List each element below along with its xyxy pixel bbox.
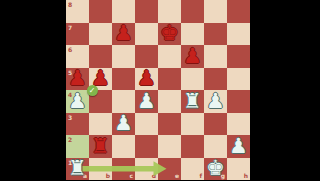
square-d1[interactable]: d [135,158,158,181]
square-g4[interactable]: ♟ [204,90,227,113]
white-pawn-h2[interactable]: ♟ [227,135,250,158]
square-g3[interactable] [204,113,227,136]
square-b2[interactable]: ♜ [89,135,112,158]
square-e7[interactable]: ♚ [158,23,181,46]
square-h1[interactable]: h [227,158,250,181]
square-d6[interactable] [135,45,158,68]
square-e4[interactable] [158,90,181,113]
square-a6[interactable]: 6 [66,45,89,68]
square-c2[interactable] [112,135,135,158]
square-d2[interactable] [135,135,158,158]
square-f5[interactable] [181,68,204,91]
rank-label-2: 2 [68,136,72,143]
app-background: 87♟♚6♟5♟♟♟4♟♟♜♟3♟2♜♟1a♜bcdefg♚h✓ [0,0,320,180]
black-pawn-f6[interactable]: ♟ [181,45,204,68]
square-d7[interactable] [135,23,158,46]
square-f1[interactable]: f [181,158,204,181]
square-h7[interactable] [227,23,250,46]
square-f3[interactable] [181,113,204,136]
square-b1[interactable]: b [89,158,112,181]
file-label-c: c [129,172,133,179]
file-label-h: h [244,172,248,179]
white-rook-a1[interactable]: ♜ [66,158,89,181]
white-pawn-c3[interactable]: ♟ [112,113,135,136]
square-d8[interactable] [135,0,158,23]
file-label-d: d [152,172,156,179]
square-h8[interactable] [227,0,250,23]
square-e2[interactable] [158,135,181,158]
square-b8[interactable] [89,0,112,23]
square-h5[interactable] [227,68,250,91]
square-d5[interactable]: ♟ [135,68,158,91]
square-b7[interactable] [89,23,112,46]
black-pawn-a5[interactable]: ♟ [66,68,89,91]
square-h3[interactable] [227,113,250,136]
square-c1[interactable]: c [112,158,135,181]
square-f7[interactable] [181,23,204,46]
square-c6[interactable] [112,45,135,68]
square-e8[interactable] [158,0,181,23]
square-a5[interactable]: 5♟ [66,68,89,91]
white-rook-f4[interactable]: ♜ [181,90,204,113]
square-h2[interactable]: ♟ [227,135,250,158]
black-pawn-c7[interactable]: ♟ [112,23,135,46]
square-h6[interactable] [227,45,250,68]
white-pawn-d4[interactable]: ♟ [135,90,158,113]
square-g8[interactable] [204,0,227,23]
square-c7[interactable]: ♟ [112,23,135,46]
square-e3[interactable] [158,113,181,136]
rank-label-6: 6 [68,46,72,53]
square-c4[interactable] [112,90,135,113]
square-c3[interactable]: ♟ [112,113,135,136]
file-label-e: e [175,172,179,179]
square-a3[interactable]: 3 [66,113,89,136]
black-rook-b2[interactable]: ♜ [89,135,112,158]
rank-label-3: 3 [68,114,72,121]
square-b6[interactable] [89,45,112,68]
chess-board: 87♟♚6♟5♟♟♟4♟♟♜♟3♟2♜♟1a♜bcdefg♚h✓ [66,0,250,180]
square-e6[interactable] [158,45,181,68]
square-g6[interactable] [204,45,227,68]
square-a1[interactable]: 1a♜ [66,158,89,181]
correct-move-check-icon: ✓ [87,85,98,96]
file-label-f: f [199,172,202,179]
square-g7[interactable] [204,23,227,46]
square-f4[interactable]: ♜ [181,90,204,113]
square-e1[interactable]: e [158,158,181,181]
square-a7[interactable]: 7 [66,23,89,46]
square-b3[interactable] [89,113,112,136]
rank-label-8: 8 [68,1,72,8]
square-a4[interactable]: 4♟ [66,90,89,113]
rank-label-7: 7 [68,24,72,31]
square-g5[interactable] [204,68,227,91]
square-d3[interactable] [135,113,158,136]
square-d4[interactable]: ♟ [135,90,158,113]
square-e5[interactable] [158,68,181,91]
square-g1[interactable]: g♚ [204,158,227,181]
square-g2[interactable] [204,135,227,158]
black-king-e7[interactable]: ♚ [158,23,181,46]
square-f8[interactable] [181,0,204,23]
black-pawn-d5[interactable]: ♟ [135,68,158,91]
square-f2[interactable] [181,135,204,158]
square-a2[interactable]: 2 [66,135,89,158]
square-f6[interactable]: ♟ [181,45,204,68]
square-a8[interactable]: 8 [66,0,89,23]
file-label-b: b [106,172,110,179]
white-pawn-a4[interactable]: ♟ [66,90,89,113]
white-king-g1[interactable]: ♚ [204,158,227,181]
square-c8[interactable] [112,0,135,23]
square-c5[interactable] [112,68,135,91]
white-pawn-g4[interactable]: ♟ [204,90,227,113]
square-h4[interactable] [227,90,250,113]
